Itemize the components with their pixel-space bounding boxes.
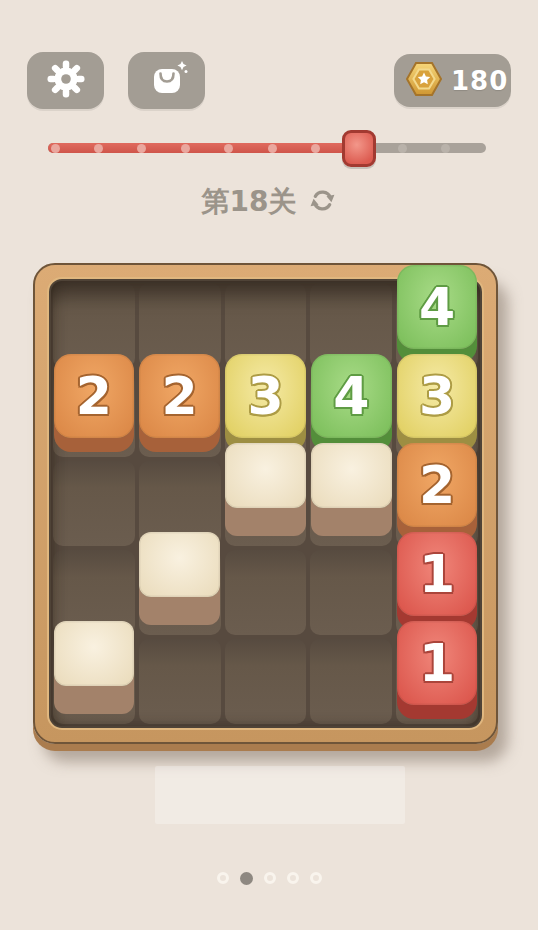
bottom-banner-area: [155, 766, 405, 824]
page-indicator: [0, 872, 538, 885]
tile-2[interactable]: 2: [54, 354, 135, 438]
board-cell: [310, 639, 392, 724]
settings-button[interactable]: [27, 52, 104, 109]
coin-balance-badge[interactable]: 180: [394, 54, 511, 107]
board-cell: [310, 550, 392, 635]
page-dot: [217, 872, 229, 884]
tile-2[interactable]: 2: [397, 443, 478, 527]
slider-step-dot: [311, 144, 320, 153]
slider-step-dot: [398, 144, 407, 153]
tile-2[interactable]: 2: [139, 354, 220, 438]
slider-step-dot: [268, 144, 277, 153]
slider-knob[interactable]: [342, 130, 376, 167]
level-title: 第18关: [202, 183, 297, 221]
game-board: 422343211: [33, 263, 498, 744]
slider-step-dot: [94, 144, 103, 153]
coin-count: 180: [451, 66, 508, 96]
page-dot: [264, 872, 276, 884]
gear-icon: [46, 59, 86, 102]
refresh-icon: [309, 187, 336, 217]
board-cell: [225, 639, 307, 724]
tile-3[interactable]: 3: [397, 354, 478, 438]
shop-bag-icon: [145, 57, 189, 104]
slider-step-dot: [137, 144, 146, 153]
level-row: 第18关: [0, 183, 538, 221]
restart-level-button[interactable]: [309, 187, 336, 217]
tile-3[interactable]: 3: [225, 354, 306, 438]
page-dot-active: [240, 872, 253, 885]
slider-step-dot: [181, 144, 190, 153]
page-dot: [287, 872, 299, 884]
slider-step-dot: [51, 144, 60, 153]
tile-blank[interactable]: [139, 532, 220, 597]
slider-step-dot: [224, 144, 233, 153]
tile-1[interactable]: 1: [397, 532, 478, 616]
tile-4[interactable]: 4: [311, 354, 392, 438]
tile-1[interactable]: 1: [397, 621, 478, 705]
tile-blank[interactable]: [311, 443, 392, 508]
tile-4[interactable]: 4: [397, 265, 478, 349]
board-cell: [53, 461, 135, 546]
shop-button[interactable]: [128, 52, 205, 109]
game-screen: 180 第18关 422343211: [0, 0, 538, 930]
board-cell: [225, 550, 307, 635]
gold-coin-star-icon: [404, 59, 444, 103]
tile-blank[interactable]: [225, 443, 306, 508]
tile-blank[interactable]: [54, 621, 135, 686]
board-inner: 422343211: [49, 279, 482, 728]
page-dot: [310, 872, 322, 884]
board-cell: [139, 639, 221, 724]
slider-step-dot: [441, 144, 450, 153]
